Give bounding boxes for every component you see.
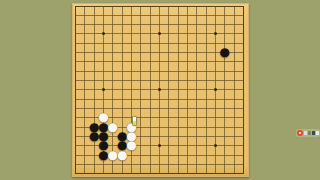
- red-dot-icon: [297, 130, 303, 136]
- badge-glyph-icon: [304, 131, 307, 135]
- corner-badge[interactable]: [296, 129, 320, 137]
- board-grid: ●●●●●●●●●●●●●●●●: [72, 3, 249, 177]
- screen: ●●●●●●●●●●●●●●●●: [0, 0, 320, 180]
- go-board[interactable]: ●●●●●●●●●●●●●●●●: [72, 3, 249, 177]
- badge-glyph-icon: [316, 131, 319, 135]
- badge-glyph-icon: [308, 131, 311, 135]
- black-stone[interactable]: ●: [219, 47, 230, 58]
- white-stone[interactable]: ●: [117, 150, 128, 161]
- badge-glyph-icon: [312, 131, 315, 135]
- last-move-marker-icon: [132, 116, 137, 126]
- white-stone[interactable]: ●: [107, 122, 118, 133]
